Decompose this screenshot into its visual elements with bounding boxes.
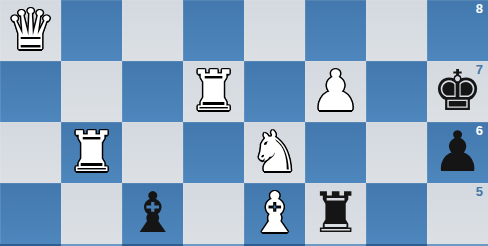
chess-board: ♛8♜♟♚7♜♞♟6♝♝♜5 bbox=[0, 0, 488, 246]
square-d5[interactable] bbox=[183, 183, 244, 244]
square-f8[interactable] bbox=[305, 0, 366, 61]
square-g7[interactable] bbox=[366, 61, 427, 122]
square-e5[interactable]: ♝ bbox=[244, 183, 305, 244]
square-e6[interactable]: ♞ bbox=[244, 122, 305, 183]
square-d6[interactable] bbox=[183, 122, 244, 183]
square-g8[interactable] bbox=[366, 0, 427, 61]
rank-label-6: 6 bbox=[476, 124, 483, 137]
square-e7[interactable] bbox=[244, 61, 305, 122]
square-a5[interactable] bbox=[0, 183, 61, 244]
square-d7[interactable]: ♜ bbox=[183, 61, 244, 122]
piece-white-rook[interactable]: ♜ bbox=[66, 124, 116, 180]
square-g5[interactable] bbox=[366, 183, 427, 244]
square-b8[interactable] bbox=[61, 0, 122, 61]
square-e8[interactable] bbox=[244, 0, 305, 61]
piece-white-pawn[interactable]: ♟ bbox=[310, 63, 360, 119]
piece-white-queen[interactable]: ♛ bbox=[5, 2, 55, 58]
square-b6[interactable]: ♜ bbox=[61, 122, 122, 183]
piece-white-knight[interactable]: ♞ bbox=[249, 124, 299, 180]
square-f6[interactable] bbox=[305, 122, 366, 183]
square-a7[interactable] bbox=[0, 61, 61, 122]
piece-white-rook[interactable]: ♜ bbox=[188, 63, 238, 119]
square-h8[interactable]: 8 bbox=[427, 0, 488, 61]
square-b5[interactable] bbox=[61, 183, 122, 244]
square-h5[interactable]: 5 bbox=[427, 183, 488, 244]
square-b7[interactable] bbox=[61, 61, 122, 122]
square-f5[interactable]: ♜ bbox=[305, 183, 366, 244]
square-c7[interactable] bbox=[122, 61, 183, 122]
square-f7[interactable]: ♟ bbox=[305, 61, 366, 122]
square-h7[interactable]: ♚7 bbox=[427, 61, 488, 122]
piece-black-rook[interactable]: ♜ bbox=[310, 185, 360, 241]
square-a6[interactable] bbox=[0, 122, 61, 183]
square-g6[interactable] bbox=[366, 122, 427, 183]
square-c8[interactable] bbox=[122, 0, 183, 61]
rank-label-7: 7 bbox=[476, 63, 483, 76]
square-h6[interactable]: ♟6 bbox=[427, 122, 488, 183]
square-a8[interactable]: ♛ bbox=[0, 0, 61, 61]
rank-label-5: 5 bbox=[476, 185, 483, 198]
square-c5[interactable]: ♝ bbox=[122, 183, 183, 244]
square-c6[interactable] bbox=[122, 122, 183, 183]
piece-white-bishop[interactable]: ♝ bbox=[249, 185, 299, 241]
rank-label-8: 8 bbox=[476, 2, 483, 15]
square-d8[interactable] bbox=[183, 0, 244, 61]
piece-black-bishop[interactable]: ♝ bbox=[127, 185, 177, 241]
